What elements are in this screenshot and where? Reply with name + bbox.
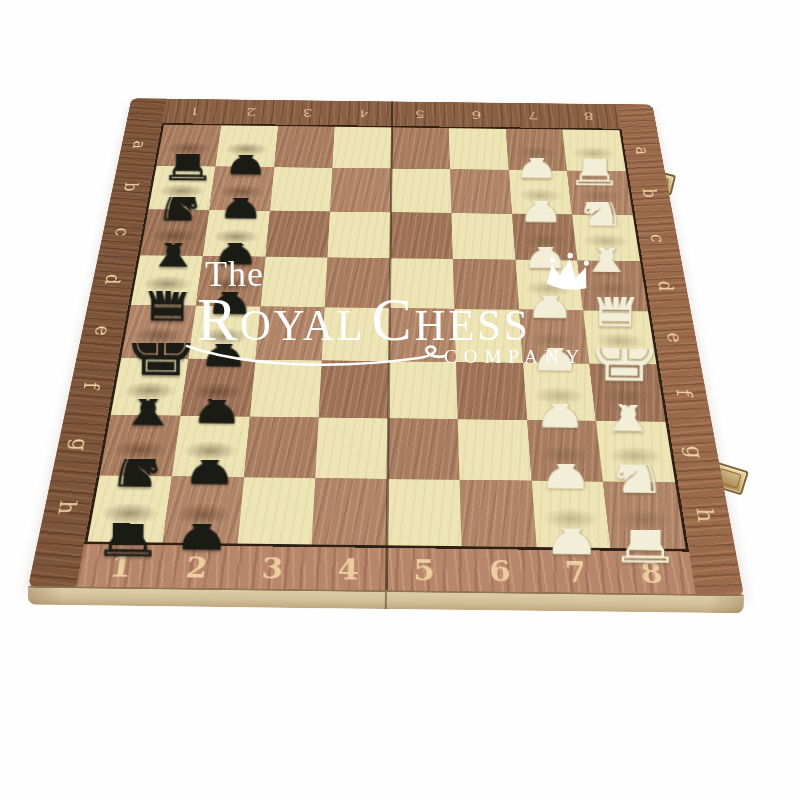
- file-label-b: b: [99, 173, 164, 201]
- rank-label-1: 1: [79, 544, 162, 589]
- file-label-a: a: [108, 132, 171, 158]
- file-label-e: e: [67, 314, 139, 348]
- square-f3: [249, 359, 321, 417]
- piece-white-pawn-a7: ♟: [508, 158, 566, 159]
- square-c3: [265, 211, 330, 258]
- piece-white-pawn-g7: ♟: [530, 463, 601, 464]
- rank-label-2: 2: [156, 545, 237, 590]
- square-g2: ♟: [172, 415, 250, 477]
- chess-board: 12345678 12345678 abcdefgh abcdefgh ♜♟♟♜…: [28, 98, 744, 596]
- square-e3: [255, 306, 325, 360]
- rank-label-top-2: 2: [221, 100, 280, 125]
- file-label-right-a: a: [612, 138, 674, 164]
- file-label-g: g: [41, 425, 119, 464]
- file-label-right-b: b: [618, 179, 682, 207]
- square-g3: [244, 416, 319, 478]
- square-d6: [453, 259, 519, 309]
- file-label-right-c: c: [625, 223, 692, 253]
- square-g4: [315, 417, 388, 479]
- piece-black-pawn-h2: ♟: [165, 524, 239, 525]
- square-e7: ♟: [519, 310, 590, 364]
- piece-black-king-e1: ♚: [124, 343, 190, 344]
- square-e6: [454, 309, 523, 363]
- piece-black-rook-a1: ♜: [159, 154, 217, 155]
- square-b7: ♟: [508, 170, 572, 214]
- rank-label-5: 5: [386, 548, 463, 593]
- scene: 12345678 12345678 abcdefgh abcdefgh ♜♟♟♜…: [0, 0, 800, 800]
- piece-white-pawn-c7: ♟: [514, 247, 576, 248]
- piece-black-knight-g1: ♞: [103, 458, 174, 459]
- square-f4: [319, 360, 389, 418]
- square-h2: ♟: [162, 477, 243, 544]
- square-e2: ♟: [188, 306, 260, 360]
- piece-black-pawn-e2: ♟: [190, 343, 256, 344]
- piece-black-bishop-f1: ♝: [114, 398, 183, 399]
- file-label-right-d: d: [632, 270, 701, 302]
- piece-black-bishop-c1: ♝: [143, 242, 205, 243]
- piece-white-pawn-f7: ♟: [526, 403, 595, 404]
- product-photo: 12345678 12345678 abcdefgh abcdefgh ♜♟♟♜…: [0, 0, 800, 800]
- square-b6: [450, 169, 512, 213]
- square-a3: [274, 126, 335, 168]
- square-g7: ♟: [527, 420, 603, 482]
- piece-black-pawn-d2: ♟: [198, 291, 262, 292]
- piece-white-pawn-b7: ♟: [511, 201, 571, 202]
- square-b5: [391, 168, 452, 212]
- piece-black-rook-h1: ♜: [91, 523, 165, 524]
- square-g5: [387, 418, 459, 480]
- rank-label-top-3: 3: [278, 100, 336, 125]
- square-h3: [237, 477, 315, 544]
- file-label-d: d: [78, 264, 148, 296]
- rank-label-top-7: 7: [504, 103, 563, 128]
- square-e4: [322, 307, 390, 361]
- piece-black-knight-b1: ♞: [151, 197, 211, 198]
- piece-black-pawn-c2: ♟: [204, 243, 266, 244]
- piece-black-pawn-f2: ♟: [182, 399, 251, 400]
- rank-label-top-5: 5: [392, 102, 449, 127]
- square-b4: [330, 168, 391, 212]
- rank-label-3: 3: [233, 546, 312, 591]
- rank-label-8: 8: [611, 551, 693, 596]
- piece-white-pawn-e7: ♟: [521, 347, 587, 348]
- square-c5: [390, 212, 453, 259]
- fold-seam-front: [385, 592, 387, 609]
- square-h6: [459, 480, 536, 547]
- file-label-right-f: f: [648, 375, 722, 411]
- rank-label-6: 6: [461, 549, 539, 594]
- square-d2: ♟: [196, 256, 265, 306]
- file-label-c: c: [89, 217, 156, 247]
- square-h4: [312, 478, 388, 545]
- file-label-right-h: h: [666, 495, 746, 537]
- square-a6: [449, 128, 509, 170]
- square-g6: [457, 419, 531, 481]
- square-c7: ♟: [512, 214, 578, 261]
- square-c4: [328, 211, 391, 258]
- square-c2: ♟: [203, 210, 270, 257]
- piece-black-queen-d1: ♛: [134, 291, 198, 292]
- square-d3: [260, 257, 327, 307]
- file-label-f: f: [54, 367, 129, 403]
- square-a2: ♟: [215, 125, 278, 167]
- square-c6: [451, 213, 515, 260]
- square-b2: ♟: [209, 166, 274, 210]
- square-d7: ♟: [515, 260, 583, 310]
- piece-black-pawn-a2: ♟: [217, 155, 275, 156]
- square-d5: [389, 258, 454, 308]
- rank-label-top-4: 4: [335, 101, 392, 126]
- square-a7: ♟: [505, 129, 567, 171]
- file-label-right-e: e: [640, 321, 711, 355]
- rank-label-4: 4: [309, 547, 386, 592]
- piece-white-pawn-h7: ♟: [535, 528, 609, 529]
- piece-white-pawn-d7: ♟: [518, 295, 582, 296]
- square-f6: [456, 362, 527, 420]
- square-f2: ♟: [180, 359, 255, 417]
- rank-label-top-6: 6: [448, 102, 506, 127]
- square-a5: [391, 127, 450, 169]
- square-h7: ♟: [531, 481, 611, 548]
- square-d4: [325, 258, 390, 308]
- square-f7: ♟: [523, 363, 596, 421]
- square-e5: [389, 308, 456, 362]
- square-h5: [387, 479, 462, 546]
- square-a4: [333, 127, 392, 169]
- square-b3: [270, 167, 333, 211]
- file-label-h: h: [27, 487, 108, 529]
- piece-black-pawn-g2: ♟: [174, 459, 245, 460]
- piece-black-pawn-b2: ♟: [211, 197, 271, 198]
- rank-label-7: 7: [536, 550, 616, 595]
- square-f5: [388, 361, 457, 419]
- file-label-right-g: g: [657, 432, 734, 471]
